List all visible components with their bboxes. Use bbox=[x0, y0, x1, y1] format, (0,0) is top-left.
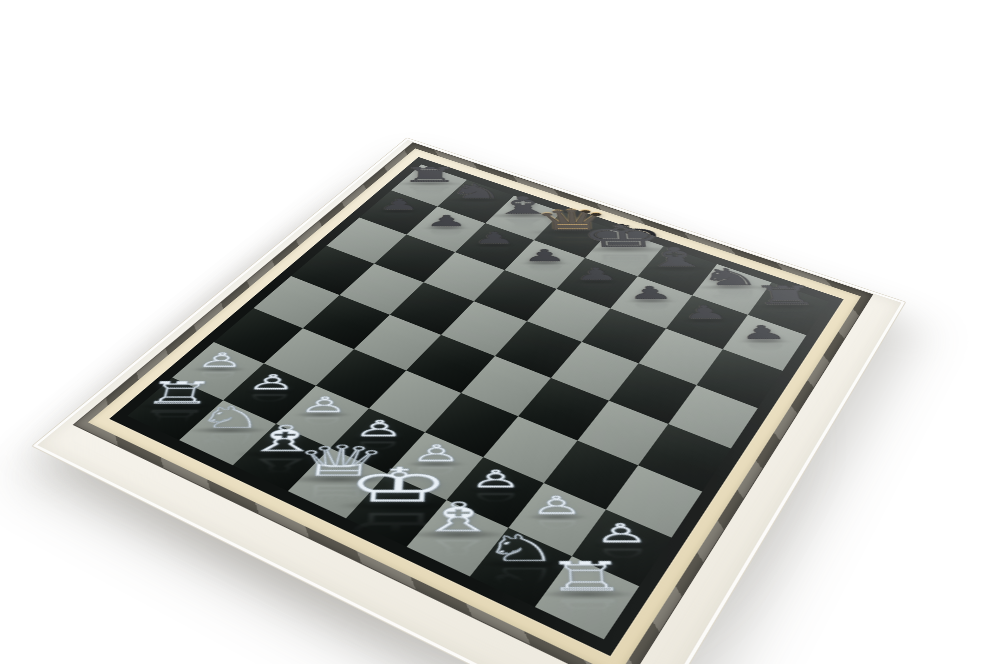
square-f2[interactable]: ♙ bbox=[446, 457, 543, 528]
square-d2[interactable]: ♙ bbox=[330, 408, 425, 474]
square-h6[interactable] bbox=[697, 349, 783, 408]
chess-board: ♜♞♝♛♚♝♞♜♟♟♟♟♟♟♟♟♙♙♙♙♙♙♙♙♖♘♗♕♔♗♘♖ bbox=[74, 143, 872, 664]
square-g2[interactable]: ♙ bbox=[508, 483, 607, 557]
square-g5[interactable] bbox=[609, 363, 697, 424]
white-knight-g1[interactable]: ♘ bbox=[482, 530, 560, 567]
white-pawn-b2[interactable]: ♙ bbox=[245, 372, 298, 393]
white-bishop-f1[interactable]: ♗ bbox=[413, 497, 502, 538]
square-h1[interactable]: ♖ bbox=[535, 557, 639, 640]
square-e1[interactable]: ♔ bbox=[346, 474, 446, 547]
white-pawn-g2[interactable]: ♙ bbox=[529, 493, 585, 518]
square-e2[interactable]: ♙ bbox=[387, 432, 483, 500]
black-rook-h8[interactable]: ♜ bbox=[749, 283, 822, 309]
white-pawn-e2[interactable]: ♙ bbox=[409, 442, 462, 465]
square-c1[interactable]: ♗ bbox=[232, 424, 330, 491]
square-a1[interactable]: ♖ bbox=[128, 378, 223, 440]
square-e3[interactable] bbox=[425, 393, 518, 457]
scene: ♜♞♝♛♚♝♞♜♟♟♟♟♟♟♟♟♙♙♙♙♙♙♙♙♖♘♗♕♔♗♘♖ bbox=[0, 0, 984, 664]
square-e4[interactable] bbox=[461, 356, 550, 416]
square-f1[interactable]: ♗ bbox=[406, 500, 507, 576]
white-king-e1[interactable]: ♔ bbox=[343, 462, 452, 510]
white-pawn-h2[interactable]: ♙ bbox=[592, 521, 650, 547]
square-d3[interactable] bbox=[370, 370, 462, 432]
black-pawn-c7[interactable]: ♟ bbox=[473, 230, 517, 246]
white-pawn-d2[interactable]: ♙ bbox=[352, 418, 405, 440]
square-g4[interactable] bbox=[577, 401, 668, 466]
square-b1[interactable]: ♘ bbox=[179, 400, 275, 465]
square-f3[interactable] bbox=[483, 416, 577, 482]
black-pawn-a7[interactable]: ♟ bbox=[378, 197, 422, 212]
white-queen-d1[interactable]: ♕ bbox=[289, 440, 390, 482]
black-pawn-f7[interactable]: ♟ bbox=[626, 284, 674, 302]
square-g1[interactable]: ♘ bbox=[469, 528, 572, 607]
white-pawn-a2[interactable]: ♙ bbox=[194, 350, 247, 370]
square-h2[interactable]: ♙ bbox=[572, 509, 672, 586]
square-f4[interactable] bbox=[518, 378, 608, 440]
black-pawn-g7[interactable]: ♟ bbox=[681, 303, 731, 321]
black-pawn-b7[interactable]: ♟ bbox=[424, 213, 468, 228]
white-rook-h1[interactable]: ♖ bbox=[544, 557, 630, 597]
black-pawn-h7[interactable]: ♟ bbox=[737, 323, 789, 342]
white-bishop-c1[interactable]: ♗ bbox=[240, 421, 328, 457]
square-g3[interactable] bbox=[544, 440, 639, 509]
black-pawn-d7[interactable]: ♟ bbox=[522, 247, 567, 264]
square-c3[interactable] bbox=[316, 349, 407, 408]
square-h3[interactable] bbox=[606, 465, 702, 537]
square-h5[interactable] bbox=[669, 385, 758, 448]
black-pawn-e7[interactable]: ♟ bbox=[573, 265, 620, 282]
white-pawn-f2[interactable]: ♙ bbox=[468, 467, 522, 491]
square-d1[interactable]: ♕ bbox=[288, 448, 387, 518]
white-pawn-c2[interactable]: ♙ bbox=[297, 395, 350, 416]
square-h4[interactable] bbox=[638, 424, 730, 491]
